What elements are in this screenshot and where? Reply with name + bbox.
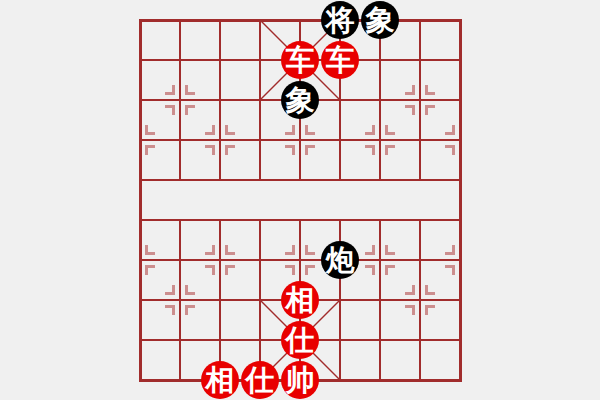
piece-black-general[interactable]: 将	[321, 1, 359, 39]
piece-red-elephant[interactable]: 相	[201, 361, 239, 399]
piece-red-general[interactable]: 帅	[281, 361, 319, 399]
xiangqi-board[interactable]: 将象车车象炮相仕相仕帅	[140, 20, 460, 380]
page-background: { "game": "xiangqi", "position": { "fen"…	[0, 0, 600, 400]
piece-black-cannon[interactable]: 炮	[321, 241, 359, 279]
piece-black-elephant[interactable]: 象	[361, 1, 399, 39]
piece-black-elephant[interactable]: 象	[281, 81, 319, 119]
piece-red-chariot[interactable]: 车	[281, 41, 319, 79]
piece-red-elephant[interactable]: 相	[281, 281, 319, 319]
piece-red-advisor[interactable]: 仕	[281, 321, 319, 359]
piece-red-chariot[interactable]: 车	[321, 41, 359, 79]
piece-red-advisor[interactable]: 仕	[241, 361, 279, 399]
